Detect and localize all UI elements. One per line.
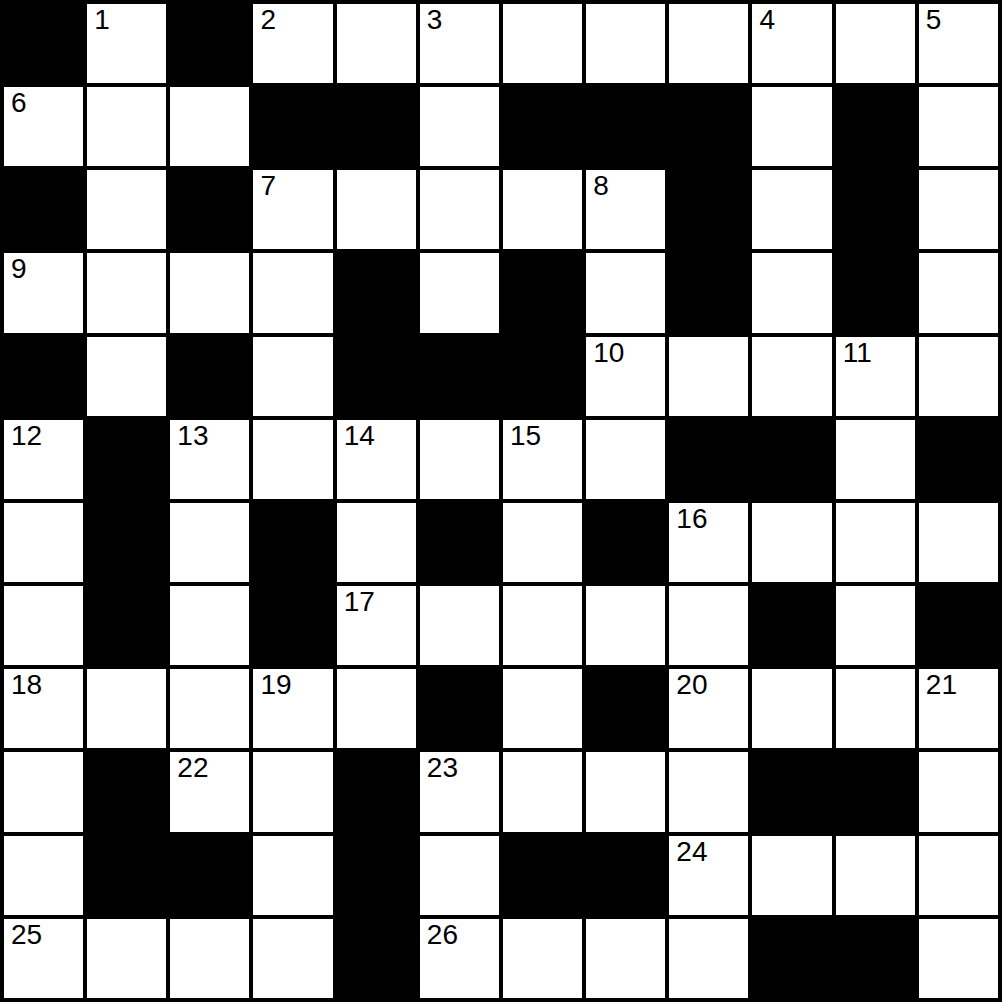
cell-7-3 (251, 584, 334, 667)
cell-7-1 (85, 584, 168, 667)
cell-1-1[interactable] (85, 85, 168, 168)
cell-1-7 (584, 85, 667, 168)
cell-8-0[interactable]: 18 (2, 667, 85, 750)
cell-2-5[interactable] (418, 168, 501, 251)
crossword-board: 1234567891011121314151617181920212223242… (0, 0, 1002, 1002)
cell-0-10[interactable] (834, 2, 917, 85)
cell-9-4 (335, 750, 418, 833)
cell-1-2[interactable] (168, 85, 251, 168)
cell-9-10 (834, 750, 917, 833)
cell-3-1[interactable] (85, 251, 168, 334)
cell-11-11[interactable] (917, 917, 1000, 1000)
clue-number: 6 (11, 88, 27, 119)
cell-11-9 (750, 917, 833, 1000)
clue-number: 1 (94, 5, 110, 36)
cell-7-6[interactable] (501, 584, 584, 667)
cell-9-5[interactable]: 23 (418, 750, 501, 833)
cell-3-6 (501, 251, 584, 334)
cell-6-9[interactable] (750, 501, 833, 584)
cell-6-4[interactable] (335, 501, 418, 584)
cell-3-8 (667, 251, 750, 334)
cell-0-4[interactable] (335, 2, 418, 85)
cell-1-6 (501, 85, 584, 168)
cell-8-4[interactable] (335, 667, 418, 750)
cell-0-2 (168, 2, 251, 85)
cell-1-4 (335, 85, 418, 168)
cell-9-6[interactable] (501, 750, 584, 833)
cell-0-0 (2, 2, 85, 85)
cell-5-10[interactable] (834, 418, 917, 501)
cell-10-4 (335, 834, 418, 917)
cell-11-6[interactable] (501, 917, 584, 1000)
clue-number: 3 (427, 5, 443, 36)
cell-9-9 (750, 750, 833, 833)
cell-7-7[interactable] (584, 584, 667, 667)
cell-8-7 (584, 667, 667, 750)
cell-8-8[interactable]: 20 (667, 667, 750, 750)
cell-7-2[interactable] (168, 584, 251, 667)
clue-number: 11 (843, 338, 872, 369)
cell-3-9[interactable] (750, 251, 833, 334)
cell-9-2[interactable]: 22 (168, 750, 251, 833)
cell-1-8 (667, 85, 750, 168)
cell-7-5[interactable] (418, 584, 501, 667)
cell-11-1[interactable] (85, 917, 168, 1000)
cell-0-8[interactable] (667, 2, 750, 85)
cell-5-8 (667, 418, 750, 501)
cell-9-8[interactable] (667, 750, 750, 833)
cell-2-8 (667, 168, 750, 251)
cell-2-4[interactable] (335, 168, 418, 251)
cell-11-2[interactable] (168, 917, 251, 1000)
cell-2-3[interactable]: 7 (251, 168, 334, 251)
cell-11-7[interactable] (584, 917, 667, 1000)
cell-8-10[interactable] (834, 667, 917, 750)
cell-8-5 (418, 667, 501, 750)
cell-6-6[interactable] (501, 501, 584, 584)
clue-number: 25 (11, 920, 42, 951)
cell-10-10[interactable] (834, 834, 917, 917)
cell-0-5[interactable]: 3 (418, 2, 501, 85)
cell-4-8[interactable] (667, 335, 750, 418)
clue-number: 20 (676, 670, 707, 701)
cell-2-9[interactable] (750, 168, 833, 251)
cell-10-9[interactable] (750, 834, 833, 917)
cell-11-5[interactable]: 26 (418, 917, 501, 1000)
cell-8-6[interactable] (501, 667, 584, 750)
clue-number: 4 (759, 5, 775, 36)
cell-2-11[interactable] (917, 168, 1000, 251)
cell-9-1 (85, 750, 168, 833)
cell-1-11[interactable] (917, 85, 1000, 168)
cell-8-9[interactable] (750, 667, 833, 750)
cell-2-2 (168, 168, 251, 251)
cell-4-7[interactable]: 10 (584, 335, 667, 418)
clue-number: 7 (260, 171, 276, 202)
cell-4-9[interactable] (750, 335, 833, 418)
clue-number: 10 (593, 338, 624, 369)
cell-0-7[interactable] (584, 2, 667, 85)
cell-8-1[interactable] (85, 667, 168, 750)
cell-10-1 (85, 834, 168, 917)
clue-number: 5 (926, 5, 942, 36)
cell-4-0 (2, 335, 85, 418)
cell-10-0[interactable] (2, 834, 85, 917)
cell-0-9[interactable]: 4 (750, 2, 833, 85)
cell-6-3 (251, 501, 334, 584)
cell-11-4 (335, 917, 418, 1000)
cell-4-5 (418, 335, 501, 418)
cell-1-9[interactable] (750, 85, 833, 168)
cell-6-5 (418, 501, 501, 584)
cell-1-0[interactable]: 6 (2, 85, 85, 168)
cell-1-10 (834, 85, 917, 168)
cell-5-4[interactable]: 14 (335, 418, 418, 501)
clue-number: 8 (593, 171, 609, 202)
cell-9-3[interactable] (251, 750, 334, 833)
cell-5-11 (917, 418, 1000, 501)
cell-11-10 (834, 917, 917, 1000)
cell-10-7 (584, 834, 667, 917)
cell-0-1[interactable]: 1 (85, 2, 168, 85)
cell-7-11 (917, 584, 1000, 667)
cell-6-11[interactable] (917, 501, 1000, 584)
cell-5-1 (85, 418, 168, 501)
cell-2-1[interactable] (85, 168, 168, 251)
clue-number: 21 (926, 670, 957, 701)
cell-5-5[interactable] (418, 418, 501, 501)
cell-5-3[interactable] (251, 418, 334, 501)
cell-7-4[interactable]: 17 (335, 584, 418, 667)
cell-4-11[interactable] (917, 335, 1000, 418)
cell-4-6 (501, 335, 584, 418)
cell-10-11[interactable] (917, 834, 1000, 917)
cell-5-9 (750, 418, 833, 501)
cell-11-3[interactable] (251, 917, 334, 1000)
cell-3-0[interactable]: 9 (2, 251, 85, 334)
cell-3-7[interactable] (584, 251, 667, 334)
cell-6-10[interactable] (834, 501, 917, 584)
cell-3-4 (335, 251, 418, 334)
cell-4-1[interactable] (85, 335, 168, 418)
cell-1-3 (251, 85, 334, 168)
cell-9-0[interactable] (2, 750, 85, 833)
clue-number: 16 (676, 504, 707, 535)
cell-7-10[interactable] (834, 584, 917, 667)
clue-number: 2 (260, 5, 276, 36)
cell-9-7[interactable] (584, 750, 667, 833)
cell-5-0[interactable]: 12 (2, 418, 85, 501)
clue-number: 22 (177, 753, 208, 784)
clue-number: 14 (344, 421, 375, 452)
clue-number: 19 (260, 670, 291, 701)
clue-number: 26 (427, 920, 458, 951)
cell-4-10[interactable]: 11 (834, 335, 917, 418)
cell-3-2[interactable] (168, 251, 251, 334)
cell-7-8[interactable] (667, 584, 750, 667)
cell-0-11[interactable]: 5 (917, 2, 1000, 85)
clue-number: 13 (177, 421, 208, 452)
cell-6-2[interactable] (168, 501, 251, 584)
cell-10-5[interactable] (418, 834, 501, 917)
cell-0-3[interactable]: 2 (251, 2, 334, 85)
cell-9-11[interactable] (917, 750, 1000, 833)
cell-8-3[interactable]: 19 (251, 667, 334, 750)
cell-10-8[interactable]: 24 (667, 834, 750, 917)
cell-7-9 (750, 584, 833, 667)
clue-number: 15 (510, 421, 541, 452)
clue-number: 23 (427, 753, 458, 784)
clue-number: 9 (11, 254, 27, 285)
cell-0-6[interactable] (501, 2, 584, 85)
cell-5-2[interactable]: 13 (168, 418, 251, 501)
cell-10-3[interactable] (251, 834, 334, 917)
cell-5-7[interactable] (584, 418, 667, 501)
cell-4-3[interactable] (251, 335, 334, 418)
cell-3-5[interactable] (418, 251, 501, 334)
cell-6-0[interactable] (2, 501, 85, 584)
cell-11-0[interactable]: 25 (2, 917, 85, 1000)
cell-3-10 (834, 251, 917, 334)
cell-3-11[interactable] (917, 251, 1000, 334)
cell-8-2[interactable] (168, 667, 251, 750)
cell-5-6[interactable]: 15 (501, 418, 584, 501)
cell-6-7 (584, 501, 667, 584)
cell-4-4 (335, 335, 418, 418)
cell-6-1 (85, 501, 168, 584)
cell-10-6 (501, 834, 584, 917)
cell-2-10 (834, 168, 917, 251)
clue-number: 18 (11, 670, 42, 701)
clue-number: 24 (676, 837, 707, 868)
cell-1-5[interactable] (418, 85, 501, 168)
cell-11-8[interactable] (667, 917, 750, 1000)
cell-2-7[interactable]: 8 (584, 168, 667, 251)
cell-8-11[interactable]: 21 (917, 667, 1000, 750)
clue-number: 12 (11, 421, 42, 452)
cell-6-8[interactable]: 16 (667, 501, 750, 584)
clue-number: 17 (344, 587, 375, 618)
cell-4-2 (168, 335, 251, 418)
cell-7-0[interactable] (2, 584, 85, 667)
cell-2-6[interactable] (501, 168, 584, 251)
cell-3-3[interactable] (251, 251, 334, 334)
cell-2-0 (2, 168, 85, 251)
cell-10-2 (168, 834, 251, 917)
